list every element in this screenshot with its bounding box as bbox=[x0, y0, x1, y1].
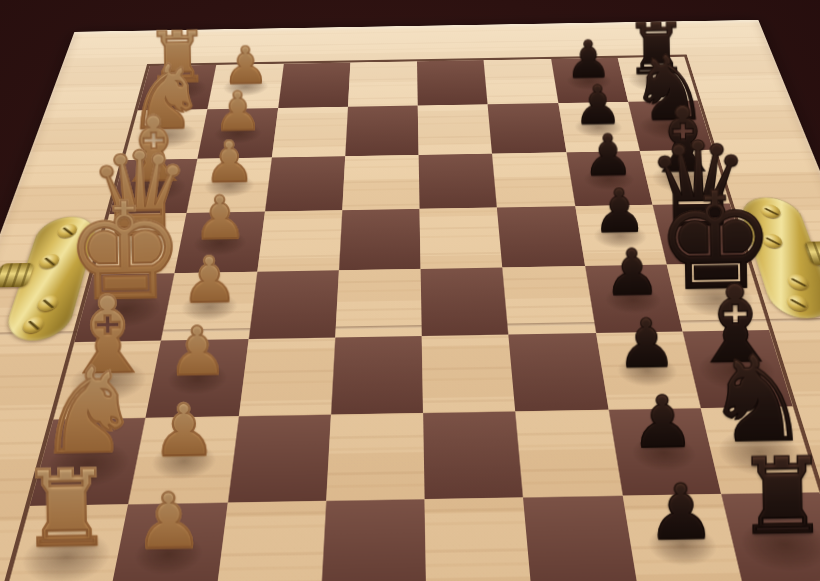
square-b6[interactable] bbox=[488, 103, 566, 153]
white-pawn-icon: ♟ bbox=[152, 393, 217, 465]
square-c3[interactable] bbox=[264, 156, 345, 212]
square-d5[interactable] bbox=[420, 207, 503, 269]
white-rook-icon: ♜ bbox=[19, 457, 115, 564]
square-e3[interactable] bbox=[248, 270, 339, 339]
piece-white-pawn-h2[interactable]: ♟ bbox=[109, 502, 228, 581]
square-a5[interactable] bbox=[417, 60, 488, 106]
white-pawn-icon: ♟ bbox=[181, 248, 239, 312]
board-tilt-wrapper: ♜♞♝♛♚♝♞♜♟♟♟♟♟♟♟♟♟♟♟♟♟♟♟♟♜♞♝♛♚♝♞♜ bbox=[0, 0, 820, 581]
square-f6[interactable] bbox=[509, 333, 608, 410]
square-h6[interactable] bbox=[523, 495, 638, 581]
white-pawn-icon: ♟ bbox=[167, 316, 228, 384]
black-rook-icon: ♜ bbox=[734, 444, 820, 551]
square-a4[interactable] bbox=[348, 61, 418, 107]
checkerboard-grid: ♜♞♝♛♚♝♞♜♟♟♟♟♟♟♟♟♟♟♟♟♟♟♟♟♜♞♝♛♚♝♞♜ bbox=[3, 57, 820, 581]
black-pawn-icon: ♟ bbox=[592, 180, 646, 240]
square-d3[interactable] bbox=[257, 210, 342, 272]
wooden-chess-board: ♜♞♝♛♚♝♞♜♟♟♟♟♟♟♟♟♟♟♟♟♟♟♟♟♜♞♝♛♚♝♞♜ bbox=[0, 20, 820, 581]
square-f5[interactable] bbox=[422, 335, 516, 413]
black-pawn-icon: ♟ bbox=[629, 385, 694, 457]
square-a6[interactable] bbox=[484, 59, 558, 104]
square-b3[interactable] bbox=[271, 107, 347, 157]
square-a3[interactable] bbox=[278, 62, 351, 108]
square-e6[interactable] bbox=[503, 266, 596, 335]
square-b5[interactable] bbox=[418, 104, 492, 154]
square-b4[interactable] bbox=[345, 106, 419, 156]
square-d4[interactable] bbox=[339, 209, 421, 271]
square-g5[interactable] bbox=[423, 411, 523, 499]
black-pawn-icon: ♟ bbox=[603, 240, 661, 304]
chess-photo-scene: ♜♞♝♛♚♝♞♜♟♟♟♟♟♟♟♟♟♟♟♟♟♟♟♟♜♞♝♛♚♝♞♜ bbox=[0, 0, 820, 581]
piece-white-rook-h1[interactable]: ♜ bbox=[3, 504, 129, 581]
white-pawn-icon: ♟ bbox=[193, 187, 247, 247]
black-pawn-icon: ♟ bbox=[646, 472, 716, 550]
square-f3[interactable] bbox=[238, 338, 335, 416]
square-c5[interactable] bbox=[419, 153, 498, 208]
square-g3[interactable] bbox=[227, 414, 331, 502]
square-d6[interactable] bbox=[497, 206, 584, 268]
square-g4[interactable] bbox=[326, 412, 425, 500]
square-e5[interactable] bbox=[421, 267, 509, 336]
square-g6[interactable] bbox=[516, 409, 623, 497]
square-h5[interactable] bbox=[425, 497, 533, 581]
square-c6[interactable] bbox=[492, 152, 574, 207]
black-pawn-icon: ♟ bbox=[615, 308, 676, 376]
square-h3[interactable] bbox=[215, 501, 326, 581]
white-pawn-icon: ♟ bbox=[135, 481, 205, 559]
square-c4[interactable] bbox=[342, 155, 420, 210]
square-h4[interactable] bbox=[320, 499, 426, 581]
square-e4[interactable] bbox=[335, 269, 422, 338]
square-f4[interactable] bbox=[331, 336, 423, 414]
